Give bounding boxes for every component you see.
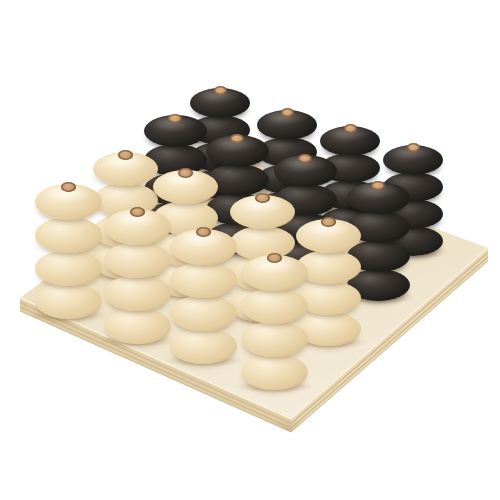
stack-contact-shadow [235,380,314,393]
bead-black-level-3 [347,211,410,243]
bead-natural-level-1 [153,263,218,297]
stack-contact-shadow [98,334,177,347]
peg-stack-r4c2[interactable] [0,0,500,500]
bead-natural-level-2 [153,232,218,266]
bead-black-level-4 [347,182,410,214]
stack-contact-shadow [147,287,224,300]
bead-natural-level-4 [93,152,158,186]
bead-natural-level-4 [35,184,102,220]
bead-natural-level-4 [170,229,237,265]
bead-natural-level-2 [93,214,158,248]
bead-black-level-3 [206,164,269,196]
stack-contact-shadow [184,189,256,202]
bead-natural-level-4 [241,255,308,291]
peg-stack-r2c2[interactable] [0,0,500,500]
peg-top-hole [267,253,282,263]
peg-stack-r4c1[interactable] [0,0,500,500]
bead-natural-level-4 [104,209,171,245]
peg-top-hole [281,108,294,117]
bead-black-level-1 [383,226,443,256]
bead-natural-level-1 [93,245,158,279]
bead-natural-level-1 [170,328,237,364]
bead-black-level-2 [190,142,250,172]
bead-black-level-4 [206,135,269,167]
bead-black-level-2 [144,173,207,205]
peg-stack-r3c2[interactable] [0,0,500,500]
bead-natural-level-2 [35,250,102,286]
bead-black-level-3 [257,137,317,167]
peg-top-hole [130,207,145,217]
peg-top-hole [61,182,76,192]
peg-top-hole [255,193,270,203]
bead-black-level-1 [257,191,317,221]
bead-black-level-2 [320,180,380,210]
bead-black-level-2 [206,193,269,225]
bead-natural-level-3 [35,217,102,253]
peg-stack-r2c4[interactable] [0,0,500,500]
stack-contact-shadow [29,309,108,322]
stack-contact-shadow [268,264,343,277]
bead-black-level-3 [383,172,443,202]
bead-black-level-3 [144,144,207,176]
peg-stack-r1c1[interactable] [0,0,500,500]
peg-top-hole [298,154,312,163]
bead-black-level-4 [274,155,337,187]
bead-natural-level-4 [230,195,295,229]
bead-black-level-2 [257,164,317,194]
stack-contact-shadow [290,336,367,349]
bead-black-level-1 [144,202,207,234]
bead-black-level-4 [383,145,443,175]
bead-natural-level-1 [104,308,171,344]
bead-black-level-3 [274,184,337,216]
bead-black-level-1 [320,207,380,237]
bead-black-level-4 [320,126,380,156]
bead-black-level-1 [347,269,410,301]
stack-contact-shadow [224,312,301,325]
product-photo-scene [0,0,500,500]
stack-contact-shadow [314,227,386,240]
bead-black-level-2 [274,213,337,245]
bead-natural-level-3 [230,226,295,260]
bead-natural-level-3 [296,250,361,284]
stack-contact-shadow [87,269,164,282]
bead-natural-level-1 [230,288,295,322]
bead-natural-level-2 [296,281,361,315]
bead-natural-level-2 [104,275,171,311]
stack-contact-shadow [200,244,275,257]
stack-contact-shadow [251,211,323,224]
peg-stack-r4c3[interactable] [0,0,500,500]
peg-top-hole [196,227,211,237]
peg-top-hole [321,217,336,227]
bead-black-level-2 [383,199,443,229]
peg-stack-r3c3[interactable] [0,0,500,500]
bead-black-level-2 [347,240,410,272]
bead-natural-level-3 [104,242,171,278]
bead-black-level-4 [257,110,317,140]
peg-top-hole [168,114,182,123]
peg-top-hole [371,181,385,190]
stack-contact-shadow [138,224,213,237]
bead-natural-level-3 [241,288,308,324]
peg-stack-r3c4[interactable] [0,0,500,500]
bead-black-level-4 [190,88,250,118]
bead-natural-level-1 [241,354,308,390]
peg-stack-r2c3[interactable] [0,0,500,500]
peg-stack-r1c4[interactable] [0,0,500,500]
stack-contact-shadow [377,246,449,259]
bead-black-level-3 [320,153,380,183]
bead-natural-level-2 [230,257,295,291]
peg-top-hole [178,168,193,178]
bead-natural-level-1 [35,283,102,319]
bead-black-level-1 [274,242,337,274]
peg-top-hole [344,124,357,133]
peg-stack-r3c1[interactable] [0,0,500,500]
peg-stack-r4c4[interactable] [0,0,500,500]
peg-top-hole [118,150,133,160]
peg-top-hole [214,86,227,95]
bead-natural-level-4 [296,219,361,253]
peg-top-hole [230,134,244,143]
peg-stack-r2c1[interactable] [0,0,500,500]
bead-natural-level-4 [153,170,218,204]
bead-natural-level-1 [296,312,361,346]
bead-natural-level-3 [93,183,158,217]
peg-stack-r1c3[interactable] [0,0,500,500]
bead-black-level-1 [206,222,269,254]
stack-contact-shadow [341,291,416,304]
bead-natural-level-3 [153,201,218,235]
bead-natural-level-2 [241,321,308,357]
peg-top-hole [407,143,420,152]
bead-natural-level-3 [170,262,237,298]
bead-black-level-4 [144,115,207,147]
bead-natural-level-2 [170,295,237,331]
peg-grid [0,0,500,500]
bead-black-level-3 [190,115,250,145]
bead-black-level-1 [190,169,250,199]
stack-contact-shadow [164,354,243,367]
peg-stack-r1c2[interactable] [0,0,500,500]
